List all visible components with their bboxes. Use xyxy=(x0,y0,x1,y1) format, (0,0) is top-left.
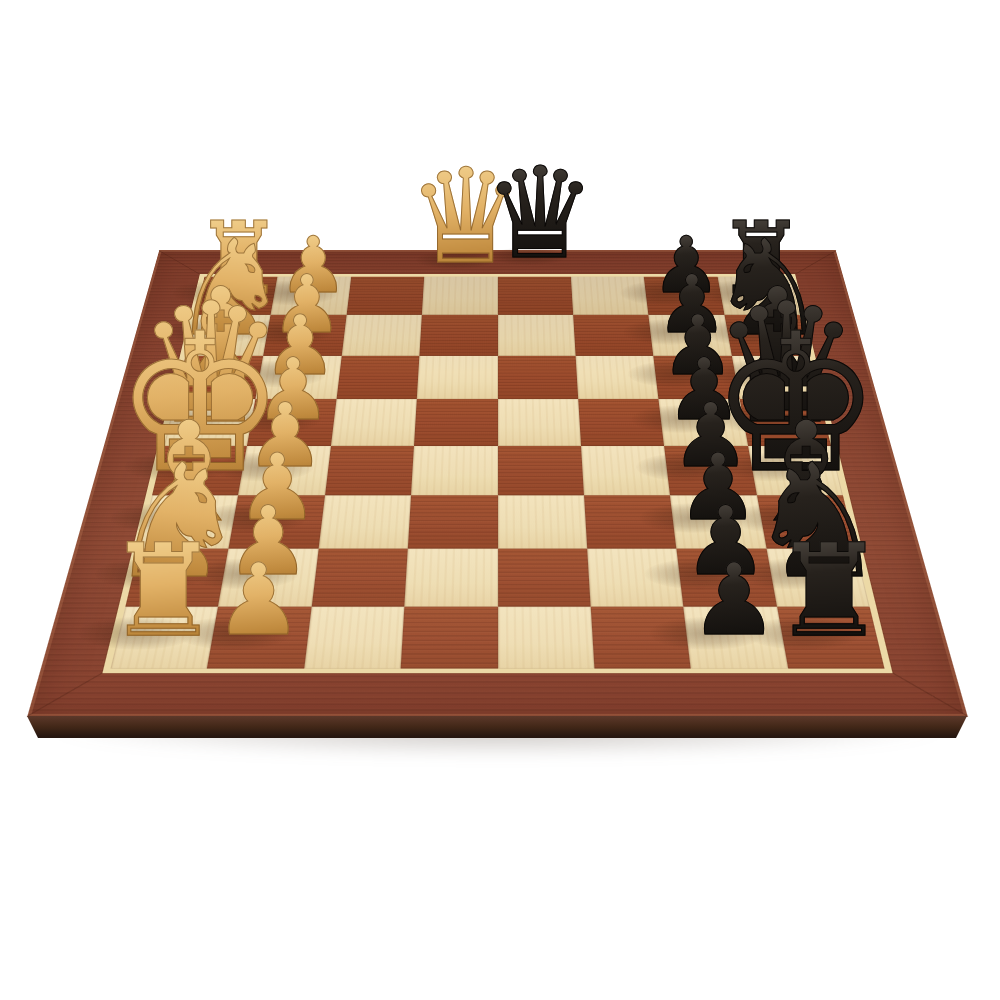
black-rook-h8: ♜ xyxy=(772,527,886,654)
pieces-layer: ♜♞♝♛♚♝♞♜♟♟♟♟♟♟♟♟♟♟♟♟♟♟♟♟♜♞♝♛♚♝♞♜♛♛ xyxy=(0,0,1000,1000)
white-pawn-h2: ♟ xyxy=(214,550,303,649)
spare-black-queen: ♛ xyxy=(484,151,597,277)
black-pawn-h7: ♟ xyxy=(690,550,779,649)
white-rook-h1: ♜ xyxy=(106,527,220,654)
chess-product-photo: ♜♞♝♛♚♝♞♜♟♟♟♟♟♟♟♟♟♟♟♟♟♟♟♟♜♞♝♛♚♝♞♜♛♛ xyxy=(0,0,1000,1000)
